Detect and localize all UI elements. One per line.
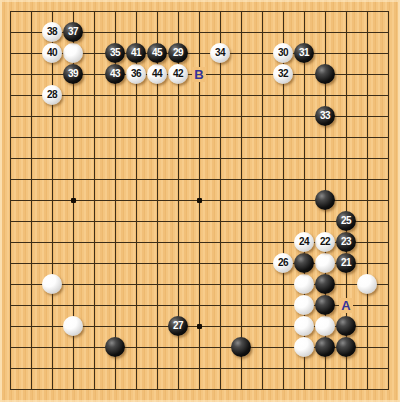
white-stone: 34	[210, 43, 230, 63]
black-stone	[105, 337, 125, 357]
board-point[interactable]	[231, 337, 252, 358]
move-number: 24	[299, 237, 309, 247]
white-stone: 38	[42, 22, 62, 42]
black-stone	[315, 190, 335, 210]
move-number: 39	[68, 69, 78, 79]
star-point	[189, 316, 210, 337]
board-point[interactable]	[315, 295, 336, 316]
move-number: 33	[320, 111, 330, 121]
board-point[interactable]	[42, 274, 63, 295]
board-point[interactable]: 30	[273, 43, 294, 64]
board-point[interactable]	[315, 274, 336, 295]
board-point[interactable]	[357, 274, 378, 295]
board-point[interactable]	[315, 253, 336, 274]
board-point[interactable]	[294, 337, 315, 358]
move-number: 21	[341, 258, 351, 268]
board-point[interactable]: 39	[63, 64, 84, 85]
board-point[interactable]: 45	[147, 43, 168, 64]
board-point[interactable]: 43	[105, 64, 126, 85]
board-point[interactable]: 33	[315, 106, 336, 127]
move-number: 29	[173, 48, 183, 58]
black-stone: 35	[105, 43, 125, 63]
move-number: 32	[278, 69, 288, 79]
move-number: 37	[68, 27, 78, 37]
white-stone: 24	[294, 232, 314, 252]
white-stone: 28	[42, 85, 62, 105]
black-stone: 43	[105, 64, 125, 84]
star-point-dot	[71, 198, 76, 203]
board-point[interactable]	[336, 316, 357, 337]
move-number: 34	[215, 48, 225, 58]
white-stone	[294, 337, 314, 357]
move-number: 22	[320, 237, 330, 247]
move-number: 43	[110, 69, 120, 79]
board-point[interactable]	[294, 274, 315, 295]
board-point[interactable]: 38	[42, 22, 63, 43]
black-stone	[315, 274, 335, 294]
black-stone	[315, 64, 335, 84]
black-stone: 23	[336, 232, 356, 252]
board-point[interactable]: 25	[336, 211, 357, 232]
board-point[interactable]: 28	[42, 85, 63, 106]
board-point[interactable]: 31	[294, 43, 315, 64]
point-label-A[interactable]: A	[336, 295, 357, 316]
white-stone	[42, 274, 62, 294]
black-stone	[336, 337, 356, 357]
black-stone	[231, 337, 251, 357]
board-grid[interactable]: 2122232425262728293031323334353637383940…	[0, 1, 399, 400]
star-point	[63, 190, 84, 211]
black-stone	[294, 253, 314, 273]
board-point[interactable]: 27	[168, 316, 189, 337]
black-stone: 33	[315, 106, 335, 126]
board-point[interactable]	[315, 190, 336, 211]
black-stone	[315, 337, 335, 357]
white-stone	[294, 274, 314, 294]
board-point[interactable]	[294, 253, 315, 274]
white-stone	[315, 316, 335, 336]
white-stone	[315, 253, 335, 273]
move-number: 38	[47, 27, 57, 37]
board-point[interactable]	[63, 316, 84, 337]
white-stone	[294, 295, 314, 315]
black-stone	[336, 316, 356, 336]
white-stone: 36	[126, 64, 146, 84]
white-stone: 42	[168, 64, 188, 84]
board-point[interactable]	[63, 43, 84, 64]
board-point[interactable]	[294, 316, 315, 337]
move-number: 26	[278, 258, 288, 268]
board-point[interactable]: 42	[168, 64, 189, 85]
board-point[interactable]: 44	[147, 64, 168, 85]
point-label-text: A	[339, 298, 352, 313]
board-point[interactable]: 23	[336, 232, 357, 253]
move-number: 36	[131, 69, 141, 79]
white-stone: 26	[273, 253, 293, 273]
board-point[interactable]: 37	[63, 22, 84, 43]
board-point[interactable]: 22	[315, 232, 336, 253]
board-point[interactable]: 24	[294, 232, 315, 253]
white-stone	[357, 274, 377, 294]
white-stone: 22	[315, 232, 335, 252]
black-stone: 39	[63, 64, 83, 84]
board-point[interactable]	[294, 295, 315, 316]
point-label-text: B	[192, 67, 205, 82]
point-label-B[interactable]: B	[189, 64, 210, 85]
black-stone: 31	[294, 43, 314, 63]
move-number: 44	[152, 69, 162, 79]
black-stone: 29	[168, 43, 188, 63]
white-stone	[63, 43, 83, 63]
black-stone: 21	[336, 253, 356, 273]
move-number: 25	[341, 216, 351, 226]
star-point-dot	[197, 198, 202, 203]
move-number: 42	[173, 69, 183, 79]
board-point[interactable]	[315, 337, 336, 358]
board-point[interactable]: 29	[168, 43, 189, 64]
white-stone: 30	[273, 43, 293, 63]
black-stone: 27	[168, 316, 188, 336]
white-stone: 32	[273, 64, 293, 84]
move-number: 41	[131, 48, 141, 58]
black-stone	[315, 295, 335, 315]
board-point[interactable]: 35	[105, 43, 126, 64]
move-number: 45	[152, 48, 162, 58]
move-number: 27	[173, 321, 183, 331]
move-number: 28	[47, 90, 57, 100]
move-number: 40	[47, 48, 57, 58]
board-point[interactable]: 26	[273, 253, 294, 274]
black-stone: 25	[336, 211, 356, 231]
black-stone: 45	[147, 43, 167, 63]
black-stone: 37	[63, 22, 83, 42]
board-point[interactable]: 41	[126, 43, 147, 64]
white-stone	[63, 316, 83, 336]
black-stone: 41	[126, 43, 146, 63]
star-point	[189, 190, 210, 211]
board-point[interactable]	[336, 337, 357, 358]
move-number: 30	[278, 48, 288, 58]
white-stone: 44	[147, 64, 167, 84]
board-point[interactable]: 32	[273, 64, 294, 85]
white-stone	[294, 316, 314, 336]
go-board[interactable]: 2122232425262728293031323334353637383940…	[0, 0, 400, 402]
board-point[interactable]: 36	[126, 64, 147, 85]
move-number: 35	[110, 48, 120, 58]
board-point[interactable]: 34	[210, 43, 231, 64]
board-point[interactable]	[105, 337, 126, 358]
board-point[interactable]	[315, 64, 336, 85]
board-point[interactable]	[315, 316, 336, 337]
board-point[interactable]: 21	[336, 253, 357, 274]
board-point[interactable]: 40	[42, 43, 63, 64]
move-number: 23	[341, 237, 351, 247]
move-number: 31	[299, 48, 309, 58]
star-point-dot	[197, 324, 202, 329]
white-stone: 40	[42, 43, 62, 63]
